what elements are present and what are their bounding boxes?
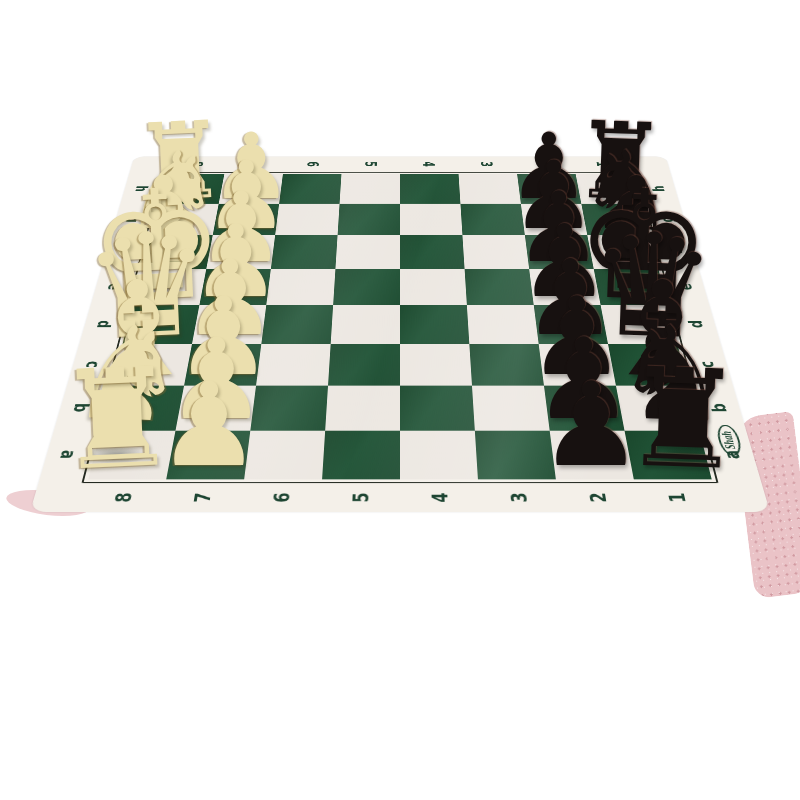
square-a6[interactable] — [244, 431, 325, 480]
square-b5[interactable] — [325, 386, 400, 431]
square-e7[interactable] — [199, 269, 270, 305]
square-d5[interactable] — [331, 305, 400, 344]
square-c6[interactable] — [256, 344, 331, 386]
square-b3[interactable] — [472, 386, 550, 431]
board-scene: 87654321 87654321 hgfedcba hgfedcba Shah — [0, 0, 800, 800]
square-b8[interactable] — [101, 386, 184, 431]
back-rank-numbers: 87654321 — [167, 157, 634, 171]
square-h5[interactable] — [340, 174, 400, 204]
square-f7[interactable] — [206, 235, 275, 269]
square-f5[interactable] — [335, 235, 400, 269]
square-e1[interactable] — [594, 269, 668, 305]
square-c4[interactable] — [400, 344, 472, 386]
square-e5[interactable] — [333, 269, 400, 305]
square-g2[interactable] — [521, 204, 587, 236]
square-e2[interactable] — [529, 269, 600, 305]
square-b2[interactable] — [544, 386, 625, 431]
square-h1[interactable] — [576, 174, 642, 204]
chess-board — [88, 174, 711, 479]
square-g5[interactable] — [338, 204, 400, 236]
square-c1[interactable] — [608, 344, 688, 386]
square-h4[interactable] — [400, 174, 460, 204]
square-f1[interactable] — [587, 235, 658, 269]
square-g4[interactable] — [400, 204, 462, 236]
brand-logo-text: Shah — [715, 425, 744, 456]
square-f3[interactable] — [462, 235, 529, 269]
square-h2[interactable] — [517, 174, 581, 204]
board-frame-line — [81, 172, 718, 483]
square-a4[interactable] — [400, 431, 478, 480]
square-h6[interactable] — [279, 174, 341, 204]
square-b7[interactable] — [175, 386, 256, 431]
square-f6[interactable] — [271, 235, 338, 269]
square-d6[interactable] — [261, 305, 333, 344]
square-g7[interactable] — [213, 204, 279, 236]
square-b1[interactable] — [616, 386, 699, 431]
square-d2[interactable] — [534, 305, 608, 344]
square-e4[interactable] — [400, 269, 467, 305]
square-a5[interactable] — [322, 431, 400, 480]
square-d8[interactable] — [123, 305, 200, 344]
square-a3[interactable] — [475, 431, 556, 480]
square-e6[interactable] — [266, 269, 335, 305]
square-e3[interactable] — [465, 269, 534, 305]
square-g1[interactable] — [581, 204, 649, 236]
square-d3[interactable] — [467, 305, 539, 344]
square-a8[interactable] — [88, 431, 175, 480]
square-a1[interactable] — [625, 431, 712, 480]
square-a2[interactable] — [550, 431, 634, 480]
square-f8[interactable] — [142, 235, 213, 269]
square-b6[interactable] — [250, 386, 328, 431]
square-b4[interactable] — [400, 386, 475, 431]
square-h7[interactable] — [219, 174, 283, 204]
photo-stage: 87654321 87654321 hgfedcba hgfedcba Shah… — [0, 0, 800, 800]
square-c2[interactable] — [539, 344, 616, 386]
square-c3[interactable] — [469, 344, 544, 386]
square-h3[interactable] — [459, 174, 521, 204]
square-c8[interactable] — [112, 344, 192, 386]
square-d1[interactable] — [601, 305, 678, 344]
square-a7[interactable] — [166, 431, 250, 480]
square-g3[interactable] — [460, 204, 524, 236]
square-d7[interactable] — [192, 305, 266, 344]
square-f4[interactable] — [400, 235, 465, 269]
square-g6[interactable] — [275, 204, 339, 236]
square-f2[interactable] — [525, 235, 594, 269]
square-g8[interactable] — [150, 204, 218, 236]
square-h8[interactable] — [158, 174, 224, 204]
square-e8[interactable] — [133, 269, 207, 305]
front-rank-numbers: 87654321 — [80, 485, 719, 511]
square-d4[interactable] — [400, 305, 469, 344]
square-c7[interactable] — [184, 344, 261, 386]
square-c5[interactable] — [328, 344, 400, 386]
chess-mat: 87654321 87654321 hgfedcba hgfedcba Shah — [30, 156, 770, 512]
